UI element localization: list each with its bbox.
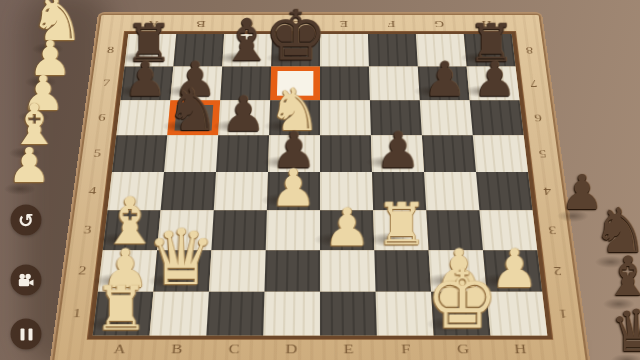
pause-icon [20,328,32,340]
square-b2[interactable]: ♛ [153,250,211,292]
pause-button[interactable] [11,319,42,350]
piece-white-pawn-d4[interactable]: ♟ [270,163,316,214]
captured-black-queen: ♛ [610,302,640,360]
square-e2[interactable] [320,250,376,292]
square-e7[interactable] [320,67,370,101]
piece-black-bishop-c8[interactable]: ♝ [220,11,272,69]
square-a1[interactable]: ♜ [93,292,154,336]
board-grid: ♜♝♚♜♟♟♟♟♞♟♞♟♟♟♝♟♜♟♛♟♟♜♚ [88,32,552,339]
undo-button[interactable]: ↺ [11,205,42,236]
square-a5[interactable] [112,135,167,172]
square-h7[interactable]: ♟ [467,67,520,101]
piece-black-king-d8[interactable]: ♚ [264,0,326,70]
file-label-far-G: G [434,19,445,29]
square-c8[interactable]: ♝ [222,34,272,66]
rank-label-left-7: 7 [102,78,111,89]
piece-black-pawn-h7[interactable]: ♟ [473,55,516,103]
piece-black-pawn-g7[interactable]: ♟ [423,55,466,103]
file-label-far-F: F [387,19,395,29]
square-f5[interactable]: ♟ [371,135,424,172]
file-label-near-F: F [401,342,411,357]
file-label-near-H: H [514,342,527,357]
square-g4[interactable] [424,172,479,210]
piece-white-rook-f3[interactable]: ♜ [375,195,427,254]
square-g1[interactable]: ♚ [431,292,490,336]
square-d2[interactable] [264,250,320,292]
rank-label-left-2: 2 [78,264,88,278]
rank-label-left-8: 8 [106,45,114,56]
file-label-near-G: G [457,342,470,357]
square-g5[interactable] [422,135,476,172]
piece-black-pawn-a7[interactable]: ♟ [124,55,167,103]
video-camera-icon [18,273,35,287]
square-d1[interactable] [263,292,320,336]
square-h5[interactable] [473,135,528,172]
square-b5[interactable] [164,135,218,172]
camera-button[interactable] [11,265,42,296]
rank-label-left-5: 5 [93,148,102,160]
file-label-near-E: E [343,342,353,357]
rank-label-right-4: 4 [543,185,552,197]
square-f3[interactable]: ♜ [373,210,428,250]
piece-white-king-g1[interactable]: ♚ [426,259,499,340]
square-b1[interactable] [150,292,209,336]
square-h4[interactable] [476,172,533,210]
square-h6[interactable] [470,100,524,135]
piece-white-rook-a1[interactable]: ♜ [93,278,148,339]
rank-label-right-6: 6 [534,112,543,123]
square-e6[interactable] [320,100,371,135]
piece-black-pawn-c6[interactable]: ♟ [222,90,266,139]
piece-white-pawn-e3[interactable]: ♟ [324,202,371,254]
undo-arrow-icon: ↺ [18,211,34,230]
rank-label-right-8: 8 [525,45,533,56]
square-c2[interactable] [209,250,266,292]
rank-label-left-1: 1 [72,306,82,320]
file-label-near-D: D [285,342,297,357]
square-c3[interactable] [211,210,266,250]
rank-label-right-3: 3 [548,223,557,236]
square-g7[interactable]: ♟ [418,67,470,101]
square-b4[interactable] [161,172,216,210]
captured-white-pawn: ♟ [7,141,50,189]
rank-label-right-5: 5 [538,148,547,160]
square-d8[interactable]: ♚ [271,34,320,66]
square-d4[interactable]: ♟ [267,172,320,210]
file-label-near-B: B [171,342,183,357]
captured-black-bishop: ♝ [604,250,640,304]
file-label-near-C: C [228,342,240,357]
board-scene: ♜♝♚♜♟♟♟♟♞♟♞♟♟♟♝♟♜♟♛♟♟♜♚ AA11BB22CC33DD44… [0,0,640,360]
square-e3[interactable]: ♟ [320,210,374,250]
square-e8[interactable] [320,34,369,66]
chess-board: ♜♝♚♜♟♟♟♟♞♟♞♟♟♟♝♟♜♟♛♟♟♜♚ AA11BB22CC33DD44… [54,15,586,360]
square-c6[interactable]: ♟ [218,100,270,135]
chess-app-screen: ♜♝♚♜♟♟♟♟♞♟♞♟♟♟♝♟♜♟♛♟♟♜♚ AA11BB22CC33DD44… [0,0,640,360]
square-f8[interactable] [368,34,418,66]
square-e1[interactable] [320,292,377,336]
piece-black-knight-b6[interactable]: ♞ [166,80,219,139]
file-label-far-E: E [340,19,349,29]
rank-label-left-3: 3 [83,223,92,236]
rank-label-left-6: 6 [98,112,107,123]
square-c1[interactable] [206,292,264,336]
file-label-near-A: A [113,342,126,357]
piece-white-queen-b2[interactable]: ♛ [147,219,216,296]
file-label-far-B: B [196,19,206,29]
square-g6[interactable] [420,100,473,135]
rank-label-right-1: 1 [558,306,568,320]
rank-label-right-2: 2 [553,264,563,278]
piece-black-pawn-f5[interactable]: ♟ [376,125,421,175]
rank-label-left-4: 4 [88,185,97,197]
rank-label-right-7: 7 [529,78,538,89]
square-b6-last-move-highlight[interactable]: ♞ [167,100,220,135]
